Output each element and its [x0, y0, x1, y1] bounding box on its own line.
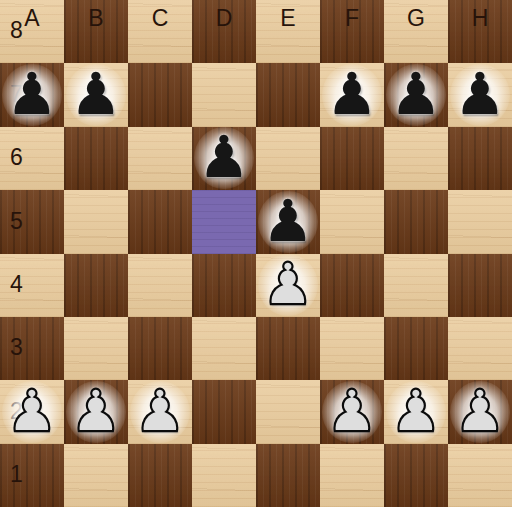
file-label-d: D [216, 5, 233, 32]
rank-label-8: 8 [10, 17, 23, 44]
square-e2[interactable] [256, 380, 320, 443]
square-d5[interactable] [192, 190, 256, 253]
black-pawn-b7[interactable]: ♟ [70, 65, 122, 123]
square-f4[interactable] [320, 254, 384, 317]
square-d7[interactable] [192, 63, 256, 126]
square-a7[interactable]: 7♟ [0, 63, 64, 126]
square-g4[interactable] [384, 254, 448, 317]
square-h7[interactable]: ♟ [448, 63, 512, 126]
square-e5[interactable]: ♟ [256, 190, 320, 253]
square-e3[interactable] [256, 317, 320, 380]
square-h1[interactable] [448, 444, 512, 507]
square-b8[interactable]: B [64, 0, 128, 63]
square-d3[interactable] [192, 317, 256, 380]
file-label-e: E [280, 5, 295, 32]
rank-label-6: 6 [10, 144, 23, 171]
square-c3[interactable] [128, 317, 192, 380]
white-pawn-f2[interactable]: ♟ [326, 382, 378, 440]
square-c8[interactable]: C [128, 0, 192, 63]
square-a4[interactable]: 4 [0, 254, 64, 317]
square-e1[interactable] [256, 444, 320, 507]
square-g8[interactable]: G [384, 0, 448, 63]
white-pawn-b2[interactable]: ♟ [70, 382, 122, 440]
square-h4[interactable] [448, 254, 512, 317]
white-pawn-e4[interactable]: ♟ [262, 255, 314, 313]
white-pawn-g2[interactable]: ♟ [390, 382, 442, 440]
white-pawn-c2[interactable]: ♟ [134, 382, 186, 440]
file-label-c: C [152, 5, 169, 32]
square-a8[interactable]: A8 [0, 0, 64, 63]
rank-label-1: 1 [10, 461, 23, 488]
square-b7[interactable]: ♟ [64, 63, 128, 126]
square-d6[interactable]: ♟ [192, 127, 256, 190]
square-c1[interactable] [128, 444, 192, 507]
square-b3[interactable] [64, 317, 128, 380]
square-f3[interactable] [320, 317, 384, 380]
rank-label-4: 4 [10, 270, 23, 297]
white-pawn-a2[interactable]: ♟ [6, 382, 58, 440]
square-c4[interactable] [128, 254, 192, 317]
file-label-h: H [472, 5, 489, 32]
square-c2[interactable]: ♟ [128, 380, 192, 443]
square-b6[interactable] [64, 127, 128, 190]
square-c5[interactable] [128, 190, 192, 253]
square-e8[interactable]: E [256, 0, 320, 63]
square-d8[interactable]: D [192, 0, 256, 63]
square-a2[interactable]: 2♟ [0, 380, 64, 443]
square-a1[interactable]: 1 [0, 444, 64, 507]
square-f5[interactable] [320, 190, 384, 253]
square-b2[interactable]: ♟ [64, 380, 128, 443]
square-e4[interactable]: ♟ [256, 254, 320, 317]
square-a6[interactable]: 6 [0, 127, 64, 190]
square-f7[interactable]: ♟ [320, 63, 384, 126]
square-c7[interactable] [128, 63, 192, 126]
rank-label-5: 5 [10, 207, 23, 234]
square-h6[interactable] [448, 127, 512, 190]
file-label-b: B [88, 5, 103, 32]
square-h5[interactable] [448, 190, 512, 253]
square-h3[interactable] [448, 317, 512, 380]
black-pawn-e5[interactable]: ♟ [262, 192, 314, 250]
square-d4[interactable] [192, 254, 256, 317]
square-h8[interactable]: H [448, 0, 512, 63]
square-f2[interactable]: ♟ [320, 380, 384, 443]
square-g3[interactable] [384, 317, 448, 380]
file-label-f: F [345, 5, 359, 32]
file-label-a: A [24, 5, 39, 32]
square-f6[interactable] [320, 127, 384, 190]
square-g2[interactable]: ♟ [384, 380, 448, 443]
square-d2[interactable] [192, 380, 256, 443]
square-h2[interactable]: ♟ [448, 380, 512, 443]
square-b5[interactable] [64, 190, 128, 253]
black-pawn-g7[interactable]: ♟ [390, 65, 442, 123]
square-g6[interactable] [384, 127, 448, 190]
square-a5[interactable]: 5 [0, 190, 64, 253]
chess-board: A8BCDEFGH7♟♟♟♟♟6♟5♟4♟32♟♟♟♟♟♟1 [0, 0, 512, 507]
black-pawn-h7[interactable]: ♟ [454, 65, 506, 123]
square-d1[interactable] [192, 444, 256, 507]
square-g5[interactable] [384, 190, 448, 253]
square-f8[interactable]: F [320, 0, 384, 63]
square-f1[interactable] [320, 444, 384, 507]
square-g7[interactable]: ♟ [384, 63, 448, 126]
square-e7[interactable] [256, 63, 320, 126]
square-b4[interactable] [64, 254, 128, 317]
black-pawn-d6[interactable]: ♟ [198, 128, 250, 186]
square-c6[interactable] [128, 127, 192, 190]
black-pawn-f7[interactable]: ♟ [326, 65, 378, 123]
square-g1[interactable] [384, 444, 448, 507]
file-label-g: G [407, 5, 425, 32]
square-e6[interactable] [256, 127, 320, 190]
black-pawn-a7[interactable]: ♟ [6, 65, 58, 123]
square-a3[interactable]: 3 [0, 317, 64, 380]
square-b1[interactable] [64, 444, 128, 507]
white-pawn-h2[interactable]: ♟ [454, 382, 506, 440]
rank-label-3: 3 [10, 334, 23, 361]
